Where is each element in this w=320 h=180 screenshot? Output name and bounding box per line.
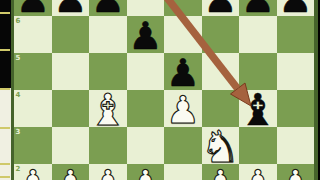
white-pawn-e4[interactable]: ♟ (164, 91, 202, 128)
black-pawn-g7[interactable]: ♟ (239, 0, 277, 17)
square-f6[interactable] (202, 16, 240, 53)
white-bishop-c4[interactable]: ♝ (89, 91, 127, 128)
square-e7[interactable] (164, 0, 202, 16)
video-frame: 65432♟♟♟♟♟♟♟♟♝♟♝♞♟♟♟♟♟♟♟ (0, 0, 320, 180)
eval-bar-tick-4 (0, 163, 10, 165)
eval-bar-tick-3 (0, 127, 10, 129)
eval-bar-tick-5 (0, 176, 10, 178)
white-knight-f3[interactable]: ♞ (202, 128, 240, 165)
square-e3[interactable] (164, 127, 202, 164)
rank-label-5: 5 (16, 55, 21, 62)
white-pawn-d2[interactable]: ♟ (127, 165, 165, 180)
square-c6[interactable] (89, 16, 127, 53)
square-h3[interactable] (277, 127, 315, 164)
board-border-right (314, 0, 318, 180)
rank-label-3: 3 (16, 129, 21, 136)
square-b4[interactable] (52, 90, 90, 127)
eval-bar-tick-2 (0, 88, 10, 90)
square-d5[interactable] (127, 53, 165, 90)
square-h5[interactable] (277, 53, 315, 90)
square-h6[interactable] (277, 16, 315, 53)
black-pawn-c7[interactable]: ♟ (89, 0, 127, 17)
white-pawn-h2[interactable]: ♟ (277, 165, 315, 180)
square-g6[interactable] (239, 16, 277, 53)
white-pawn-c2[interactable]: ♟ (89, 165, 127, 180)
square-e6[interactable] (164, 16, 202, 53)
square-b3[interactable] (52, 127, 90, 164)
white-pawn-b2[interactable]: ♟ (52, 165, 90, 180)
square-e2[interactable] (164, 164, 202, 180)
board: 65432♟♟♟♟♟♟♟♟♝♟♝♞♟♟♟♟♟♟♟ (14, 0, 314, 180)
black-pawn-d6[interactable]: ♟ (127, 17, 165, 54)
white-pawn-f2[interactable]: ♟ (202, 165, 240, 180)
square-d3[interactable] (127, 127, 165, 164)
square-h4[interactable] (277, 90, 315, 127)
black-pawn-a7[interactable]: ♟ (14, 0, 52, 17)
black-pawn-h7[interactable]: ♟ (277, 0, 315, 17)
eval-bar-white-section (0, 88, 11, 180)
black-pawn-e5[interactable]: ♟ (164, 54, 202, 91)
square-b5[interactable] (52, 53, 90, 90)
black-bishop-g4[interactable]: ♝ (239, 91, 277, 128)
rank-label-4: 4 (16, 92, 21, 99)
black-pawn-b7[interactable]: ♟ (52, 0, 90, 17)
black-pawn-f7[interactable]: ♟ (202, 0, 240, 17)
eval-bar-tick-1 (0, 49, 10, 51)
white-pawn-a2[interactable]: ♟ (14, 165, 52, 180)
square-d4[interactable] (127, 90, 165, 127)
square-f5[interactable] (202, 53, 240, 90)
white-pawn-g2[interactable]: ♟ (239, 165, 277, 180)
board-border-left (11, 0, 14, 180)
square-b6[interactable] (52, 16, 90, 53)
eval-bar-tick-0 (0, 12, 10, 14)
eval-bar (0, 0, 11, 180)
